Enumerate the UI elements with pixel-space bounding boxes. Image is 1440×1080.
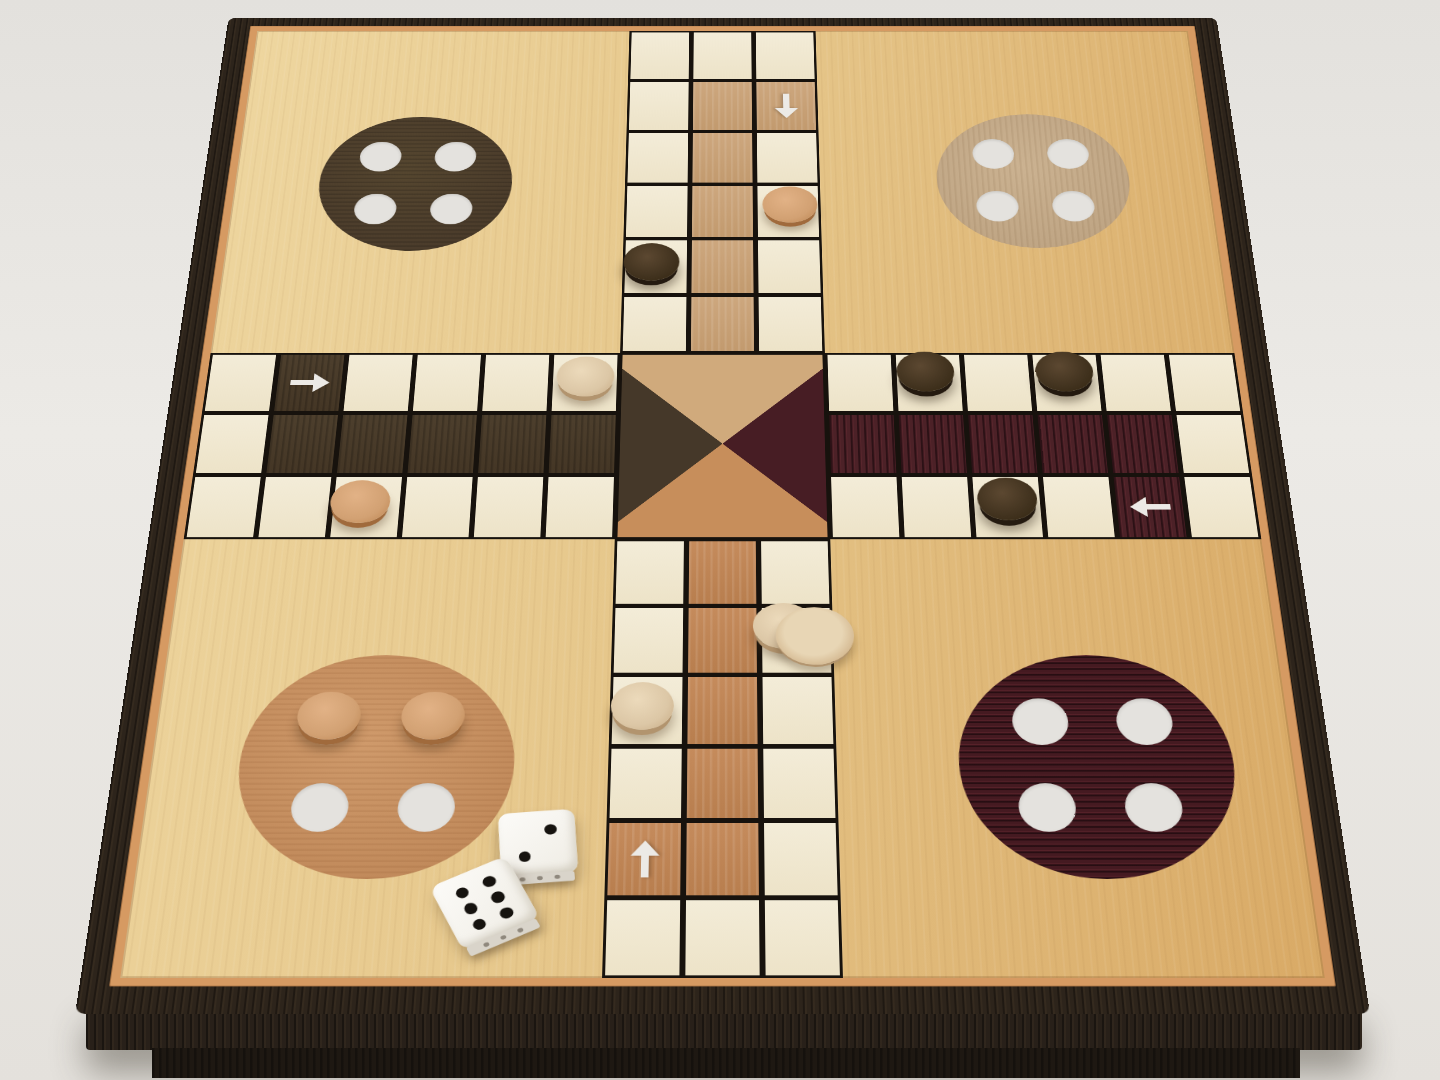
board-overlay (120, 31, 1325, 978)
board-3d-plane (75, 18, 1370, 1014)
die-pip (470, 917, 488, 932)
die-side-pip (482, 942, 489, 948)
pawn-dark[interactable] (622, 243, 679, 280)
pawn-beige[interactable] (555, 357, 614, 397)
pawn-dark[interactable] (1033, 352, 1094, 392)
pawn-tan[interactable] (761, 186, 817, 222)
home-circle-top-right (932, 114, 1137, 248)
die-pip (480, 874, 498, 889)
scene (0, 0, 1440, 1080)
pawn-beige[interactable] (609, 682, 673, 730)
board-border-strip (109, 26, 1336, 987)
ludo-field (120, 31, 1325, 978)
die-pip (453, 885, 471, 900)
pawn-beige-tipped[interactable] (774, 607, 854, 664)
start-arrow-right-icon (288, 373, 331, 392)
start-arrow-left-icon (1127, 497, 1172, 517)
home-circle-top-left (311, 117, 516, 251)
die-pip (461, 901, 479, 916)
start-arrow-up-icon (629, 840, 659, 879)
die-side-pip (519, 877, 525, 881)
board-frame (75, 18, 1370, 1014)
die-pip (497, 905, 515, 920)
die-pip (544, 824, 557, 835)
pawn-dark[interactable] (975, 478, 1038, 521)
pawn-dark[interactable] (895, 352, 955, 392)
home-circle-bottom-left (225, 655, 519, 879)
pawn-tan[interactable] (327, 480, 391, 523)
home-circle-bottom-right (952, 655, 1248, 879)
die-side-pip (536, 876, 542, 880)
start-arrow-down-icon (774, 93, 798, 119)
die-side-pip (499, 934, 506, 940)
die-side-pip (516, 927, 523, 933)
die-side-pip (554, 875, 560, 879)
die-pip (518, 851, 531, 862)
die-pip (489, 889, 507, 904)
board-box-base (152, 1048, 1300, 1078)
